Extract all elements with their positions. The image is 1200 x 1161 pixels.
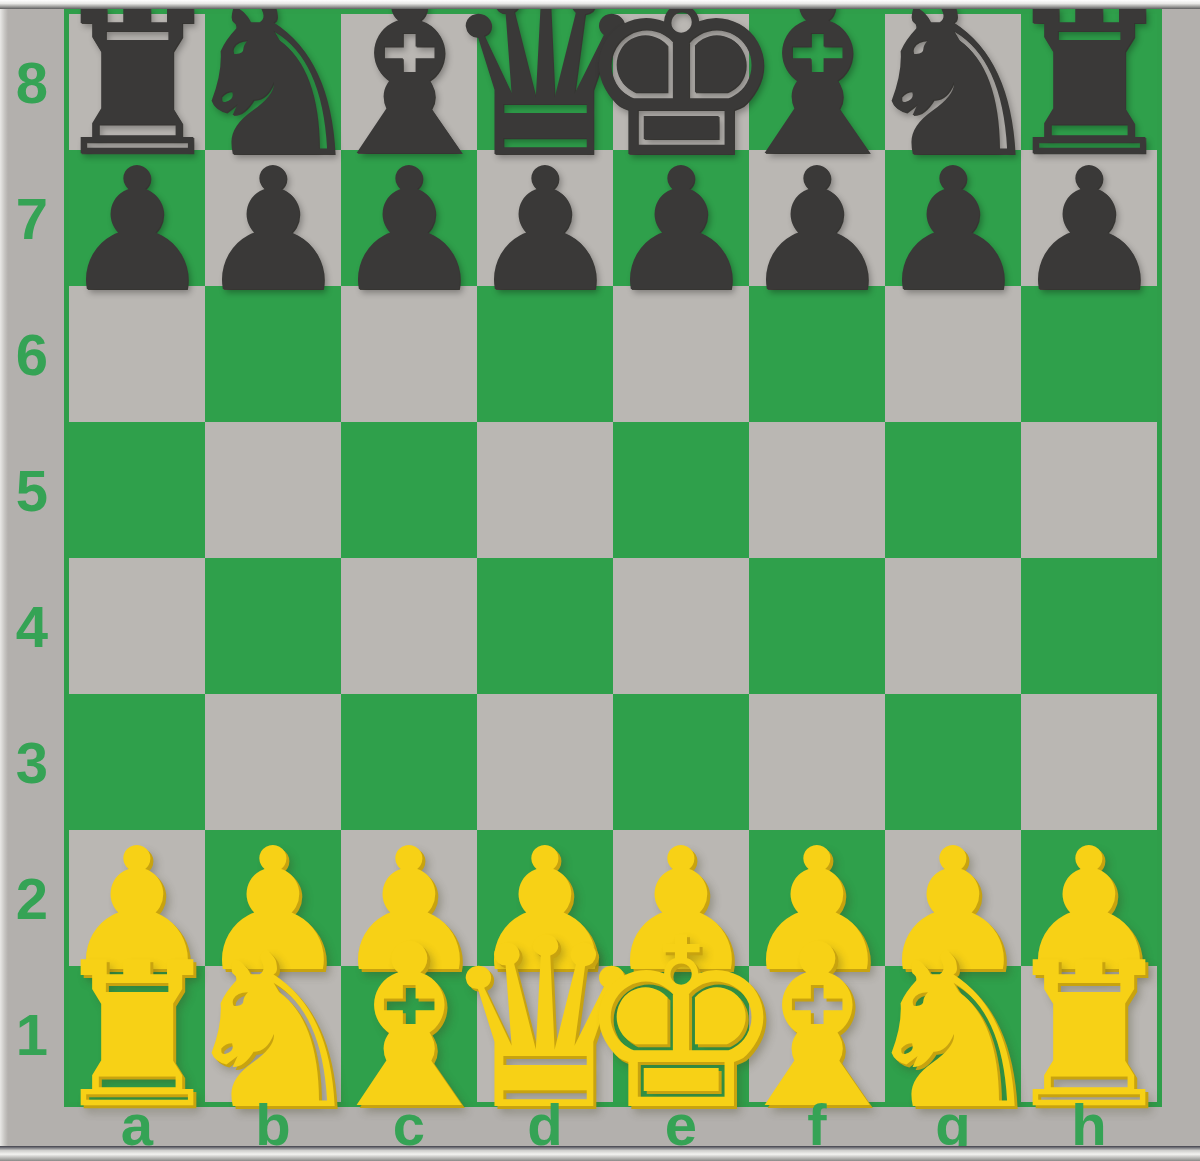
square-b5[interactable] bbox=[205, 422, 341, 558]
square-c4[interactable] bbox=[341, 558, 477, 694]
board-frame-bottom bbox=[0, 1146, 1200, 1161]
rank-label-8: 8 bbox=[0, 14, 64, 150]
square-b7[interactable]: ♟ bbox=[205, 150, 341, 286]
file-label-a: a bbox=[69, 1104, 205, 1146]
square-e7[interactable]: ♟ bbox=[613, 150, 749, 286]
square-b4[interactable] bbox=[205, 558, 341, 694]
chess-board-grid: ♜♞♝♛♚♝♞♜♟♟♟♟♟♟♟♟♟♟♟♟♟♟♟♟♜♞♝♛♚♝♞♜ bbox=[69, 14, 1157, 1102]
piece-black-pawn[interactable]: ♟ bbox=[197, 145, 349, 315]
square-c7[interactable]: ♟ bbox=[341, 150, 477, 286]
piece-black-pawn[interactable]: ♟ bbox=[605, 145, 757, 315]
board-frame-top bbox=[0, 0, 1200, 9]
square-e3[interactable] bbox=[613, 694, 749, 830]
piece-black-pawn[interactable]: ♟ bbox=[333, 145, 485, 315]
square-c3[interactable] bbox=[341, 694, 477, 830]
rank-label-2: 2 bbox=[0, 830, 64, 966]
rank-label-4: 4 bbox=[0, 558, 64, 694]
square-f3[interactable] bbox=[749, 694, 885, 830]
square-f5[interactable] bbox=[749, 422, 885, 558]
rank-label-1: 1 bbox=[0, 966, 64, 1102]
piece-black-pawn[interactable]: ♟ bbox=[469, 145, 621, 315]
file-label-d: d bbox=[477, 1104, 613, 1146]
file-label-f: f bbox=[749, 1104, 885, 1146]
square-a3[interactable] bbox=[69, 694, 205, 830]
file-label-b: b bbox=[205, 1104, 341, 1146]
piece-black-pawn[interactable]: ♟ bbox=[1013, 145, 1165, 315]
square-e5[interactable] bbox=[613, 422, 749, 558]
file-label-h: h bbox=[1021, 1104, 1157, 1146]
file-label-c: c bbox=[341, 1104, 477, 1146]
square-c5[interactable] bbox=[341, 422, 477, 558]
square-a5[interactable] bbox=[69, 422, 205, 558]
square-g7[interactable]: ♟ bbox=[885, 150, 1021, 286]
rank-label-5: 5 bbox=[0, 422, 64, 558]
square-e4[interactable] bbox=[613, 558, 749, 694]
square-h5[interactable] bbox=[1021, 422, 1157, 558]
square-h3[interactable] bbox=[1021, 694, 1157, 830]
file-label-g: g bbox=[885, 1104, 1021, 1146]
rank-label-3: 3 bbox=[0, 694, 64, 830]
demo-board-photo: 87654321 ♜♞♝♛♚♝♞♜♟♟♟♟♟♟♟♟♟♟♟♟♟♟♟♟♜♞♝♛♚♝♞… bbox=[0, 0, 1200, 1161]
square-d5[interactable] bbox=[477, 422, 613, 558]
rank-label-7: 7 bbox=[0, 150, 64, 286]
square-a7[interactable]: ♟ bbox=[69, 150, 205, 286]
square-g4[interactable] bbox=[885, 558, 1021, 694]
piece-black-pawn[interactable]: ♟ bbox=[741, 145, 893, 315]
square-a4[interactable] bbox=[69, 558, 205, 694]
board-frame-left bbox=[0, 0, 8, 1161]
square-h4[interactable] bbox=[1021, 558, 1157, 694]
square-h8[interactable]: ♜ bbox=[1021, 14, 1157, 150]
square-h7[interactable]: ♟ bbox=[1021, 150, 1157, 286]
square-d3[interactable] bbox=[477, 694, 613, 830]
square-f4[interactable] bbox=[749, 558, 885, 694]
square-d4[interactable] bbox=[477, 558, 613, 694]
piece-black-pawn[interactable]: ♟ bbox=[877, 145, 1029, 315]
square-d7[interactable]: ♟ bbox=[477, 150, 613, 286]
square-f7[interactable]: ♟ bbox=[749, 150, 885, 286]
board-area: ♜♞♝♛♚♝♞♜♟♟♟♟♟♟♟♟♟♟♟♟♟♟♟♟♜♞♝♛♚♝♞♜ bbox=[64, 9, 1162, 1107]
rank-label-6: 6 bbox=[0, 286, 64, 422]
rank-labels: 87654321 bbox=[0, 14, 64, 1102]
square-h1[interactable]: ♜ bbox=[1021, 966, 1157, 1102]
square-g5[interactable] bbox=[885, 422, 1021, 558]
file-label-e: e bbox=[613, 1104, 749, 1146]
square-g3[interactable] bbox=[885, 694, 1021, 830]
square-b3[interactable] bbox=[205, 694, 341, 830]
piece-black-pawn[interactable]: ♟ bbox=[61, 145, 213, 315]
file-labels: abcdefgh bbox=[69, 1104, 1157, 1146]
